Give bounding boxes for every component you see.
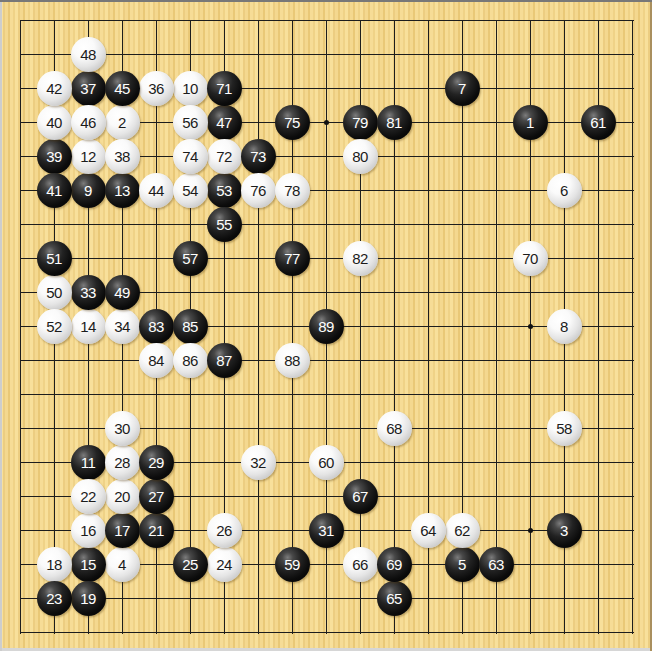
- stone-black-move-3[interactable]: 3: [547, 513, 582, 548]
- stone-black-move-27[interactable]: 27: [139, 479, 174, 514]
- stone-black-move-61[interactable]: 61: [581, 105, 616, 140]
- stone-white-move-64[interactable]: 64: [411, 513, 446, 548]
- stone-black-move-87[interactable]: 87: [207, 343, 242, 378]
- stone-white-move-54[interactable]: 54: [173, 173, 208, 208]
- star-point: [528, 324, 533, 329]
- stone-white-move-56[interactable]: 56: [173, 105, 208, 140]
- go-board: 1234567891011121314151617181920212223242…: [0, 0, 652, 651]
- stone-white-move-42[interactable]: 42: [37, 71, 72, 106]
- stone-white-move-10[interactable]: 10: [173, 71, 208, 106]
- stone-black-move-7[interactable]: 7: [445, 71, 480, 106]
- stone-black-move-45[interactable]: 45: [105, 71, 140, 106]
- stone-white-move-30[interactable]: 30: [105, 411, 140, 446]
- stone-black-move-57[interactable]: 57: [173, 241, 208, 276]
- star-point: [324, 120, 329, 125]
- stone-black-move-71[interactable]: 71: [207, 71, 242, 106]
- stone-white-move-4[interactable]: 4: [105, 547, 140, 582]
- stone-white-move-72[interactable]: 72: [207, 139, 242, 174]
- stone-black-move-37[interactable]: 37: [71, 71, 106, 106]
- stone-white-move-80[interactable]: 80: [343, 139, 378, 174]
- stone-black-move-9[interactable]: 9: [71, 173, 106, 208]
- stone-black-move-63[interactable]: 63: [479, 547, 514, 582]
- stone-white-move-66[interactable]: 66: [343, 547, 378, 582]
- stone-black-move-41[interactable]: 41: [37, 173, 72, 208]
- stone-white-move-38[interactable]: 38: [105, 139, 140, 174]
- stone-black-move-69[interactable]: 69: [377, 547, 412, 582]
- stone-black-move-81[interactable]: 81: [377, 105, 412, 140]
- stone-black-move-75[interactable]: 75: [275, 105, 310, 140]
- stone-black-move-77[interactable]: 77: [275, 241, 310, 276]
- stone-white-move-14[interactable]: 14: [71, 309, 106, 344]
- stone-white-move-24[interactable]: 24: [207, 547, 242, 582]
- stone-black-move-13[interactable]: 13: [105, 173, 140, 208]
- stone-white-move-34[interactable]: 34: [105, 309, 140, 344]
- stone-black-move-33[interactable]: 33: [71, 275, 106, 310]
- stone-white-move-6[interactable]: 6: [547, 173, 582, 208]
- stone-white-move-58[interactable]: 58: [547, 411, 582, 446]
- stone-black-move-51[interactable]: 51: [37, 241, 72, 276]
- stone-black-move-79[interactable]: 79: [343, 105, 378, 140]
- stone-white-move-84[interactable]: 84: [139, 343, 174, 378]
- stone-black-move-65[interactable]: 65: [377, 581, 412, 616]
- stone-black-move-53[interactable]: 53: [207, 173, 242, 208]
- board-intersections-grid[interactable]: 1234567891011121314151617181920212223242…: [3, 3, 649, 649]
- stone-white-move-68[interactable]: 68: [377, 411, 412, 446]
- stone-white-move-32[interactable]: 32: [241, 445, 276, 480]
- stone-white-move-2[interactable]: 2: [105, 105, 140, 140]
- star-point: [528, 528, 533, 533]
- stone-black-move-19[interactable]: 19: [71, 581, 106, 616]
- stone-white-move-50[interactable]: 50: [37, 275, 72, 310]
- stone-white-move-18[interactable]: 18: [37, 547, 72, 582]
- stone-white-move-70[interactable]: 70: [513, 241, 548, 276]
- stone-black-move-83[interactable]: 83: [139, 309, 174, 344]
- stone-white-move-20[interactable]: 20: [105, 479, 140, 514]
- stone-white-move-44[interactable]: 44: [139, 173, 174, 208]
- stone-black-move-73[interactable]: 73: [241, 139, 276, 174]
- stone-white-move-82[interactable]: 82: [343, 241, 378, 276]
- stone-black-move-67[interactable]: 67: [343, 479, 378, 514]
- stone-white-move-62[interactable]: 62: [445, 513, 480, 548]
- stone-black-move-49[interactable]: 49: [105, 275, 140, 310]
- stone-white-move-16[interactable]: 16: [71, 513, 106, 548]
- stone-white-move-88[interactable]: 88: [275, 343, 310, 378]
- stone-black-move-85[interactable]: 85: [173, 309, 208, 344]
- stone-black-move-21[interactable]: 21: [139, 513, 174, 548]
- stone-black-move-11[interactable]: 11: [71, 445, 106, 480]
- stone-black-move-15[interactable]: 15: [71, 547, 106, 582]
- stone-white-move-78[interactable]: 78: [275, 173, 310, 208]
- stone-black-move-89[interactable]: 89: [309, 309, 344, 344]
- stone-white-move-86[interactable]: 86: [173, 343, 208, 378]
- stone-white-move-52[interactable]: 52: [37, 309, 72, 344]
- stone-white-move-26[interactable]: 26: [207, 513, 242, 548]
- stone-white-move-36[interactable]: 36: [139, 71, 174, 106]
- stone-black-move-47[interactable]: 47: [207, 105, 242, 140]
- stone-black-move-17[interactable]: 17: [105, 513, 140, 548]
- stone-white-move-74[interactable]: 74: [173, 139, 208, 174]
- stone-white-move-8[interactable]: 8: [547, 309, 582, 344]
- stone-black-move-5[interactable]: 5: [445, 547, 480, 582]
- stone-black-move-25[interactable]: 25: [173, 547, 208, 582]
- stone-black-move-23[interactable]: 23: [37, 581, 72, 616]
- stone-black-move-59[interactable]: 59: [275, 547, 310, 582]
- stone-white-move-60[interactable]: 60: [309, 445, 344, 480]
- stone-white-move-28[interactable]: 28: [105, 445, 140, 480]
- stone-white-move-46[interactable]: 46: [71, 105, 106, 140]
- stone-black-move-39[interactable]: 39: [37, 139, 72, 174]
- stone-black-move-29[interactable]: 29: [139, 445, 174, 480]
- stone-black-move-1[interactable]: 1: [513, 105, 548, 140]
- stone-white-move-40[interactable]: 40: [37, 105, 72, 140]
- stone-black-move-31[interactable]: 31: [309, 513, 344, 548]
- stone-white-move-12[interactable]: 12: [71, 139, 106, 174]
- stone-white-move-48[interactable]: 48: [71, 37, 106, 72]
- stone-white-move-22[interactable]: 22: [71, 479, 106, 514]
- stone-white-move-76[interactable]: 76: [241, 173, 276, 208]
- stone-black-move-55[interactable]: 55: [207, 207, 242, 242]
